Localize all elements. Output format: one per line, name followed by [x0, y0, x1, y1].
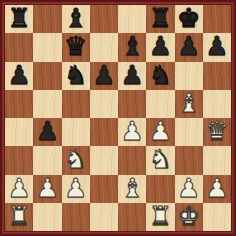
square-d6[interactable]: ♟︎	[90, 62, 118, 90]
black-bishop-e7[interactable]: ♝︎	[120, 33, 143, 59]
white-bishop-g5[interactable]: ♝︎	[177, 90, 200, 116]
square-h6[interactable]	[203, 62, 231, 90]
square-c8[interactable]: ♝︎	[62, 5, 90, 33]
white-pawn-h2[interactable]: ♟︎	[205, 175, 228, 201]
square-a8[interactable]: ♜︎	[5, 5, 33, 33]
square-h5[interactable]	[203, 90, 231, 118]
square-f7[interactable]: ♟︎	[146, 33, 174, 61]
black-king-g8[interactable]: ♚︎	[177, 5, 200, 31]
square-d8[interactable]	[90, 5, 118, 33]
square-c6[interactable]: ♞︎	[62, 62, 90, 90]
square-e8[interactable]	[118, 5, 146, 33]
board-frame-outer: ♜︎♝︎♜︎♚︎♛︎♝︎♟︎♟︎♟︎♟︎♞︎♟︎♟︎♞︎♝︎♟︎♟︎♟︎♛︎♞︎…	[0, 0, 236, 236]
white-bishop-e2[interactable]: ♝︎	[120, 175, 143, 201]
square-c2[interactable]: ♟︎	[62, 175, 90, 203]
black-queen-c7[interactable]: ♛︎	[64, 33, 87, 59]
square-a3[interactable]	[5, 146, 33, 174]
square-h4[interactable]: ♛︎	[203, 118, 231, 146]
square-a5[interactable]	[5, 90, 33, 118]
white-pawn-e4[interactable]: ♟︎	[120, 118, 143, 144]
white-pawn-b2[interactable]: ♟︎	[36, 175, 59, 201]
square-b1[interactable]	[33, 203, 61, 231]
square-e5[interactable]	[118, 90, 146, 118]
white-pawn-c2[interactable]: ♟︎	[64, 175, 87, 201]
black-pawn-h7[interactable]: ♟︎	[205, 33, 228, 59]
square-c4[interactable]	[62, 118, 90, 146]
square-f2[interactable]	[146, 175, 174, 203]
square-c1[interactable]	[62, 203, 90, 231]
white-rook-a1[interactable]: ♜︎	[7, 203, 30, 229]
square-e1[interactable]	[118, 203, 146, 231]
square-a1[interactable]: ♜︎	[5, 203, 33, 231]
square-c3[interactable]: ♞︎	[62, 146, 90, 174]
white-rook-f1[interactable]: ♜︎	[149, 203, 172, 229]
black-pawn-a6[interactable]: ♟︎	[7, 62, 30, 88]
black-pawn-f7[interactable]: ♟︎	[149, 33, 172, 59]
square-d4[interactable]	[90, 118, 118, 146]
white-knight-c3[interactable]: ♞︎	[64, 146, 87, 172]
white-knight-f3[interactable]: ♞︎	[149, 146, 172, 172]
square-d3[interactable]	[90, 146, 118, 174]
square-a7[interactable]	[5, 33, 33, 61]
black-pawn-b4[interactable]: ♟︎	[36, 118, 59, 144]
black-pawn-g7[interactable]: ♟︎	[177, 33, 200, 59]
square-d1[interactable]	[90, 203, 118, 231]
square-b7[interactable]	[33, 33, 61, 61]
white-king-g1[interactable]: ♚︎	[177, 203, 200, 229]
square-c7[interactable]: ♛︎	[62, 33, 90, 61]
board-frame-inner: ♜︎♝︎♜︎♚︎♛︎♝︎♟︎♟︎♟︎♟︎♞︎♟︎♟︎♞︎♝︎♟︎♟︎♟︎♛︎♞︎…	[2, 2, 234, 234]
square-b3[interactable]	[33, 146, 61, 174]
square-g7[interactable]: ♟︎	[175, 33, 203, 61]
black-knight-f6[interactable]: ♞︎	[149, 62, 172, 88]
square-f4[interactable]: ♟︎	[146, 118, 174, 146]
square-e2[interactable]: ♝︎	[118, 175, 146, 203]
square-d7[interactable]	[90, 33, 118, 61]
square-g4[interactable]	[175, 118, 203, 146]
square-e6[interactable]: ♟︎	[118, 62, 146, 90]
square-f8[interactable]: ♜︎	[146, 5, 174, 33]
square-f6[interactable]: ♞︎	[146, 62, 174, 90]
white-queen-h4[interactable]: ♛︎	[205, 118, 228, 144]
square-h7[interactable]: ♟︎	[203, 33, 231, 61]
square-h3[interactable]	[203, 146, 231, 174]
square-g1[interactable]: ♚︎	[175, 203, 203, 231]
square-h1[interactable]	[203, 203, 231, 231]
square-e7[interactable]: ♝︎	[118, 33, 146, 61]
square-g5[interactable]: ♝︎	[175, 90, 203, 118]
square-f1[interactable]: ♜︎	[146, 203, 174, 231]
white-pawn-a2[interactable]: ♟︎	[7, 175, 30, 201]
black-pawn-e6[interactable]: ♟︎	[120, 62, 143, 88]
white-pawn-g2[interactable]: ♟︎	[177, 175, 200, 201]
black-rook-a8[interactable]: ♜︎	[7, 5, 30, 31]
square-g6[interactable]	[175, 62, 203, 90]
square-e3[interactable]	[118, 146, 146, 174]
square-a6[interactable]: ♟︎	[5, 62, 33, 90]
square-f3[interactable]: ♞︎	[146, 146, 174, 174]
black-knight-c6[interactable]: ♞︎	[64, 62, 87, 88]
square-a2[interactable]: ♟︎	[5, 175, 33, 203]
chess-board: ♜︎♝︎♜︎♚︎♛︎♝︎♟︎♟︎♟︎♟︎♞︎♟︎♟︎♞︎♝︎♟︎♟︎♟︎♛︎♞︎…	[5, 5, 231, 231]
square-h8[interactable]	[203, 5, 231, 33]
square-e4[interactable]: ♟︎	[118, 118, 146, 146]
square-d5[interactable]	[90, 90, 118, 118]
square-d2[interactable]	[90, 175, 118, 203]
square-g2[interactable]: ♟︎	[175, 175, 203, 203]
square-f5[interactable]	[146, 90, 174, 118]
square-b6[interactable]	[33, 62, 61, 90]
square-b8[interactable]	[33, 5, 61, 33]
square-g3[interactable]	[175, 146, 203, 174]
black-bishop-c8[interactable]: ♝︎	[64, 5, 87, 31]
square-g8[interactable]: ♚︎	[175, 5, 203, 33]
square-c5[interactable]	[62, 90, 90, 118]
square-b4[interactable]: ♟︎	[33, 118, 61, 146]
black-pawn-d6[interactable]: ♟︎	[92, 62, 115, 88]
square-b2[interactable]: ♟︎	[33, 175, 61, 203]
white-pawn-f4[interactable]: ♟︎	[149, 118, 172, 144]
square-a4[interactable]	[5, 118, 33, 146]
square-b5[interactable]	[33, 90, 61, 118]
square-h2[interactable]: ♟︎	[203, 175, 231, 203]
black-rook-f8[interactable]: ♜︎	[149, 5, 172, 31]
